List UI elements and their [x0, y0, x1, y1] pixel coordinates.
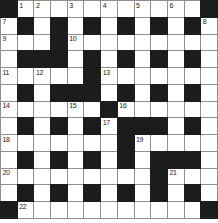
grid-cell[interactable] — [68, 202, 84, 218]
grid-cell[interactable] — [201, 51, 217, 67]
black-cell — [68, 85, 84, 101]
grid-cell[interactable]: 22 — [18, 202, 34, 218]
black-cell — [84, 18, 100, 34]
grid-cell[interactable] — [51, 169, 67, 185]
grid-cell[interactable] — [201, 118, 217, 134]
grid-cell[interactable] — [101, 51, 117, 67]
grid-cell[interactable] — [84, 135, 100, 151]
grid-cell[interactable] — [18, 135, 34, 151]
grid-cell[interactable] — [101, 35, 117, 51]
grid-cell[interactable] — [135, 18, 151, 34]
grid-cell[interactable] — [135, 102, 151, 118]
clue-number: 21 — [169, 169, 176, 177]
black-cell — [84, 85, 100, 101]
grid-cell[interactable] — [101, 202, 117, 218]
grid-cell[interactable] — [185, 35, 201, 51]
black-cell — [84, 152, 100, 168]
clue-number: 18 — [3, 136, 10, 144]
grid-cell[interactable] — [34, 169, 50, 185]
grid-cell[interactable] — [118, 35, 134, 51]
grid-cell[interactable] — [34, 202, 50, 218]
grid-cell[interactable] — [68, 68, 84, 84]
grid-cell[interactable] — [1, 51, 17, 67]
grid-cell[interactable] — [151, 1, 167, 17]
grid-cell[interactable] — [34, 18, 50, 34]
grid-cell[interactable] — [68, 185, 84, 201]
grid-cell[interactable] — [185, 202, 201, 218]
grid-cell[interactable] — [84, 102, 100, 118]
grid-cell[interactable] — [168, 102, 184, 118]
clue-number: 1 — [19, 2, 23, 10]
black-cell — [151, 18, 167, 34]
clue-number: 9 — [3, 35, 7, 43]
grid-cell[interactable] — [34, 135, 50, 151]
grid-cell[interactable] — [18, 35, 34, 51]
grid-cell[interactable] — [1, 152, 17, 168]
grid-cell[interactable]: 12 — [34, 68, 50, 84]
clue-number: 10 — [69, 35, 76, 43]
grid-cell[interactable] — [68, 135, 84, 151]
black-cell — [18, 18, 34, 34]
crossword-board: 12345678910111213141516171819202122 — [0, 0, 218, 219]
grid-cell[interactable] — [151, 202, 167, 218]
grid-cell[interactable] — [101, 18, 117, 34]
grid-cell[interactable]: 11 — [1, 68, 17, 84]
grid-cell[interactable] — [201, 152, 217, 168]
clue-number: 16 — [119, 102, 126, 110]
grid-cell[interactable] — [185, 169, 201, 185]
black-cell — [151, 85, 167, 101]
grid-cell[interactable] — [135, 202, 151, 218]
grid-cell[interactable] — [18, 68, 34, 84]
black-cell — [1, 202, 17, 218]
black-cell — [118, 51, 134, 67]
black-cell — [101, 102, 117, 118]
grid-cell[interactable]: 15 — [68, 102, 84, 118]
grid-cell[interactable] — [151, 135, 167, 151]
grid-cell[interactable] — [151, 102, 167, 118]
black-cell — [185, 85, 201, 101]
grid-cell[interactable]: 10 — [68, 35, 84, 51]
black-cell — [118, 152, 134, 168]
grid-cell[interactable] — [84, 169, 100, 185]
black-cell — [51, 35, 67, 51]
grid-cell[interactable]: 5 — [135, 1, 151, 17]
black-cell — [51, 185, 67, 201]
grid-cell[interactable]: 13 — [101, 68, 117, 84]
grid-cell[interactable] — [84, 1, 100, 17]
grid-cell[interactable] — [51, 135, 67, 151]
black-cell — [151, 51, 167, 67]
grid-cell[interactable]: 21 — [168, 169, 184, 185]
grid-cell[interactable] — [101, 85, 117, 101]
grid-cell[interactable] — [34, 118, 50, 134]
grid-cell[interactable]: 14 — [1, 102, 17, 118]
grid-cell[interactable] — [201, 169, 217, 185]
grid-cell[interactable]: 9 — [1, 35, 17, 51]
black-cell — [84, 118, 100, 134]
black-cell — [1, 1, 17, 17]
grid-cell[interactable]: 2 — [34, 1, 50, 17]
clue-number: 13 — [103, 69, 110, 77]
black-cell — [34, 51, 50, 67]
grid-cell[interactable] — [135, 152, 151, 168]
grid-cell[interactable] — [168, 18, 184, 34]
black-cell — [118, 18, 134, 34]
grid-cell[interactable] — [18, 102, 34, 118]
grid-cell[interactable] — [18, 169, 34, 185]
grid-cell[interactable] — [168, 135, 184, 151]
grid-cell[interactable]: 8 — [201, 18, 217, 34]
grid-cell[interactable] — [201, 35, 217, 51]
grid-cell[interactable] — [168, 85, 184, 101]
grid-cell[interactable] — [168, 51, 184, 67]
grid-cell[interactable] — [168, 202, 184, 218]
grid-cell[interactable] — [68, 152, 84, 168]
grid-cell[interactable] — [84, 202, 100, 218]
grid-cell[interactable] — [201, 135, 217, 151]
grid-cell[interactable] — [51, 202, 67, 218]
black-cell — [84, 68, 100, 84]
grid-cell[interactable] — [151, 68, 167, 84]
grid-cell[interactable] — [185, 1, 201, 17]
grid-cell[interactable] — [118, 1, 134, 17]
clue-number: 8 — [203, 18, 207, 26]
black-cell — [51, 152, 67, 168]
black-cell — [185, 152, 201, 168]
clue-number: 5 — [136, 2, 140, 10]
clue-number: 14 — [3, 102, 10, 110]
grid-cell[interactable] — [68, 51, 84, 67]
grid-cell[interactable] — [135, 85, 151, 101]
black-cell — [118, 185, 134, 201]
grid-cell[interactable] — [101, 135, 117, 151]
grid-cell[interactable] — [118, 202, 134, 218]
grid-cell[interactable] — [168, 118, 184, 134]
clue-number: 20 — [3, 169, 10, 177]
grid-cell[interactable] — [185, 102, 201, 118]
grid-cell[interactable] — [101, 185, 117, 201]
black-cell — [135, 118, 151, 134]
grid-cell[interactable] — [51, 102, 67, 118]
grid-cell[interactable] — [101, 152, 117, 168]
black-cell — [18, 185, 34, 201]
black-cell — [168, 152, 184, 168]
grid-cell[interactable]: 4 — [101, 1, 117, 17]
grid-cell[interactable] — [201, 68, 217, 84]
grid-cell[interactable] — [68, 18, 84, 34]
black-cell — [185, 51, 201, 67]
grid-cell[interactable] — [185, 135, 201, 151]
black-cell — [118, 135, 134, 151]
grid-cell[interactable] — [201, 85, 217, 101]
grid-cell[interactable]: 19 — [135, 135, 151, 151]
black-cell — [118, 118, 134, 134]
black-cell — [201, 202, 217, 218]
black-cell — [18, 85, 34, 101]
grid-cell[interactable] — [34, 102, 50, 118]
black-cell — [201, 1, 217, 17]
clue-number: 15 — [69, 102, 76, 110]
grid-cell[interactable] — [135, 51, 151, 67]
black-cell — [51, 118, 67, 134]
grid-cell[interactable]: 3 — [68, 1, 84, 17]
black-cell — [185, 185, 201, 201]
grid-cell[interactable] — [168, 68, 184, 84]
clue-number: 12 — [36, 69, 43, 77]
grid-cell[interactable] — [34, 185, 50, 201]
grid-cell[interactable] — [51, 1, 67, 17]
black-cell — [51, 51, 67, 67]
black-cell — [51, 18, 67, 34]
grid-cell[interactable]: 7 — [1, 18, 17, 34]
clue-number: 4 — [103, 2, 107, 10]
grid-cell[interactable] — [1, 85, 17, 101]
grid-cell[interactable] — [68, 118, 84, 134]
grid-cell[interactable] — [135, 169, 151, 185]
grid-cell[interactable] — [168, 35, 184, 51]
grid-cell[interactable]: 16 — [118, 102, 134, 118]
grid-cell[interactable] — [135, 185, 151, 201]
clue-number: 6 — [169, 2, 173, 10]
black-cell — [18, 152, 34, 168]
black-cell — [151, 169, 167, 185]
grid-cell[interactable]: 1 — [18, 1, 34, 17]
grid-cell[interactable] — [201, 185, 217, 201]
grid-cell[interactable] — [34, 35, 50, 51]
grid-cell[interactable] — [135, 68, 151, 84]
grid-cell[interactable] — [118, 169, 134, 185]
grid-cell[interactable]: 6 — [168, 1, 184, 17]
grid-cell[interactable] — [185, 68, 201, 84]
black-cell — [84, 185, 100, 201]
grid-cell[interactable] — [68, 169, 84, 185]
grid-cell[interactable] — [118, 68, 134, 84]
black-cell — [151, 152, 167, 168]
black-cell — [84, 51, 100, 67]
grid-cell[interactable] — [1, 185, 17, 201]
grid-cell[interactable] — [151, 35, 167, 51]
clue-number: 22 — [19, 203, 26, 211]
clue-number: 19 — [136, 136, 143, 144]
grid-cell[interactable] — [1, 118, 17, 134]
black-cell — [151, 118, 167, 134]
clue-number: 3 — [69, 2, 73, 10]
grid-cell[interactable]: 20 — [1, 169, 17, 185]
grid-cell[interactable] — [201, 102, 217, 118]
grid-cell[interactable] — [101, 169, 117, 185]
grid-cell[interactable] — [34, 152, 50, 168]
clue-number: 2 — [36, 2, 40, 10]
black-cell — [18, 118, 34, 134]
black-cell — [151, 185, 167, 201]
grid-cell[interactable] — [168, 185, 184, 201]
black-cell — [185, 18, 201, 34]
clue-number: 11 — [3, 69, 10, 77]
black-cell — [18, 51, 34, 67]
black-cell — [51, 85, 67, 101]
grid-cell[interactable] — [84, 35, 100, 51]
grid-cell[interactable] — [34, 85, 50, 101]
clue-number: 17 — [103, 119, 110, 127]
grid-cell[interactable]: 18 — [1, 135, 17, 151]
grid-cell[interactable]: 17 — [101, 118, 117, 134]
grid-cell[interactable] — [135, 35, 151, 51]
grid-cell[interactable] — [51, 68, 67, 84]
clue-number: 7 — [3, 18, 7, 26]
black-cell — [118, 85, 134, 101]
black-cell — [185, 118, 201, 134]
